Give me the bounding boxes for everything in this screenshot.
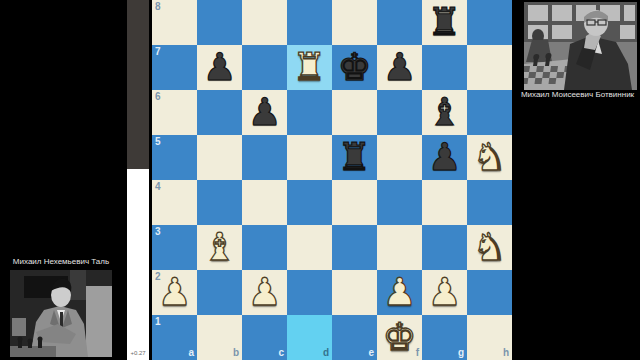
square-a1[interactable]: 1a	[152, 315, 197, 360]
square-c8[interactable]	[242, 0, 287, 45]
rank-label-8: 8	[155, 2, 161, 12]
square-b1[interactable]: b	[197, 315, 242, 360]
square-c5[interactable]	[242, 135, 287, 180]
file-label-g: g	[458, 348, 464, 358]
file-label-b: b	[233, 348, 239, 358]
square-e8[interactable]	[332, 0, 377, 45]
square-g8[interactable]: ♜	[422, 0, 467, 45]
square-g7[interactable]	[422, 45, 467, 90]
square-d4[interactable]	[287, 180, 332, 225]
square-c1[interactable]: c	[242, 315, 287, 360]
file-label-f: f	[416, 348, 419, 358]
square-b5[interactable]	[197, 135, 242, 180]
player-name-bottom: Михаил Нехемьевич Таль	[10, 256, 112, 267]
square-g1[interactable]: g	[422, 315, 467, 360]
square-e1[interactable]: e	[332, 315, 377, 360]
white-pawn: ♟	[422, 270, 467, 315]
square-h6[interactable]	[467, 90, 512, 135]
white-pawn: ♟	[242, 270, 287, 315]
file-label-h: h	[503, 348, 509, 358]
square-a4[interactable]: 4	[152, 180, 197, 225]
evaluation-bar: +0.27	[127, 0, 149, 360]
black-bishop: ♝	[422, 90, 467, 135]
square-b8[interactable]	[197, 0, 242, 45]
square-f8[interactable]	[377, 0, 422, 45]
square-b6[interactable]	[197, 90, 242, 135]
square-c2[interactable]: ♟	[242, 270, 287, 315]
white-knight: ♞	[467, 135, 512, 180]
rank-label-6: 6	[155, 92, 161, 102]
square-a8[interactable]: 8	[152, 0, 197, 45]
rank-label-4: 4	[155, 182, 161, 192]
black-king: ♚	[332, 45, 377, 90]
square-e7[interactable]: ♚	[332, 45, 377, 90]
square-b7[interactable]: ♟	[197, 45, 242, 90]
square-d8[interactable]	[287, 0, 332, 45]
square-e4[interactable]	[332, 180, 377, 225]
square-e2[interactable]	[332, 270, 377, 315]
square-h4[interactable]	[467, 180, 512, 225]
evaluation-bar-white-portion	[127, 169, 149, 360]
square-d7[interactable]: ♜	[287, 45, 332, 90]
square-c3[interactable]	[242, 225, 287, 270]
square-b2[interactable]	[197, 270, 242, 315]
square-f2[interactable]: ♟	[377, 270, 422, 315]
square-h7[interactable]	[467, 45, 512, 90]
video-frame: +0.27 8♜7♟♜♚♟6♟♝5♜♟♞43♝♞2♟♟♟♟1abcdef♚gh	[0, 0, 640, 360]
square-f3[interactable]	[377, 225, 422, 270]
file-label-e: e	[368, 348, 374, 358]
square-a7[interactable]: 7	[152, 45, 197, 90]
square-f6[interactable]	[377, 90, 422, 135]
botvinnik-photo	[524, 2, 637, 90]
square-d3[interactable]	[287, 225, 332, 270]
black-pawn: ♟	[242, 90, 287, 135]
square-g4[interactable]	[422, 180, 467, 225]
white-bishop: ♝	[197, 225, 242, 270]
square-e3[interactable]	[332, 225, 377, 270]
square-d2[interactable]	[287, 270, 332, 315]
square-c6[interactable]: ♟	[242, 90, 287, 135]
square-d1[interactable]: d	[287, 315, 332, 360]
square-d5[interactable]	[287, 135, 332, 180]
white-knight: ♞	[467, 225, 512, 270]
square-f4[interactable]	[377, 180, 422, 225]
square-f1[interactable]: f♚	[377, 315, 422, 360]
square-a5[interactable]: 5	[152, 135, 197, 180]
square-e5[interactable]: ♜	[332, 135, 377, 180]
black-pawn: ♟	[377, 45, 422, 90]
square-a6[interactable]: 6	[152, 90, 197, 135]
square-c4[interactable]	[242, 180, 287, 225]
square-f5[interactable]	[377, 135, 422, 180]
square-e6[interactable]	[332, 90, 377, 135]
rank-label-1: 1	[155, 317, 161, 327]
white-pawn: ♟	[377, 270, 422, 315]
square-d6[interactable]	[287, 90, 332, 135]
player-name-top: Михаил Моисеевич Ботвинник	[515, 89, 640, 100]
square-a2[interactable]: 2♟	[152, 270, 197, 315]
square-h3[interactable]: ♞	[467, 225, 512, 270]
square-h8[interactable]	[467, 0, 512, 45]
evaluation-score: +0.27	[127, 350, 149, 357]
black-pawn: ♟	[422, 135, 467, 180]
square-g3[interactable]	[422, 225, 467, 270]
square-h1[interactable]: h	[467, 315, 512, 360]
square-g6[interactable]: ♝	[422, 90, 467, 135]
white-rook: ♜	[287, 45, 332, 90]
square-h2[interactable]	[467, 270, 512, 315]
rank-label-3: 3	[155, 227, 161, 237]
square-h5[interactable]: ♞	[467, 135, 512, 180]
square-a3[interactable]: 3	[152, 225, 197, 270]
file-label-a: a	[188, 348, 194, 358]
tal-photo	[10, 270, 112, 357]
square-f7[interactable]: ♟	[377, 45, 422, 90]
black-pawn: ♟	[197, 45, 242, 90]
square-b4[interactable]	[197, 180, 242, 225]
file-label-d: d	[323, 348, 329, 358]
square-g2[interactable]: ♟	[422, 270, 467, 315]
file-label-c: c	[278, 348, 284, 358]
black-rook: ♜	[332, 135, 377, 180]
square-b3[interactable]: ♝	[197, 225, 242, 270]
chess-board[interactable]: 8♜7♟♜♚♟6♟♝5♜♟♞43♝♞2♟♟♟♟1abcdef♚gh	[152, 0, 512, 360]
rank-label-7: 7	[155, 47, 161, 57]
black-rook: ♜	[422, 0, 467, 45]
square-g5[interactable]: ♟	[422, 135, 467, 180]
square-c7[interactable]	[242, 45, 287, 90]
rank-label-2: 2	[155, 272, 161, 282]
rank-label-5: 5	[155, 137, 161, 147]
